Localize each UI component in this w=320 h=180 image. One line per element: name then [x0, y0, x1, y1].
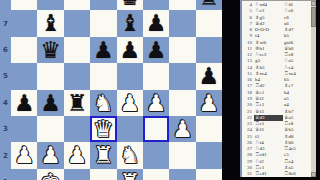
piece-white-pawn: ♟ — [40, 142, 61, 168]
square-a6[interactable] — [11, 37, 37, 63]
square-c2[interactable]: ♟ — [64, 142, 90, 168]
square-d3[interactable]: ♛ — [90, 116, 116, 142]
square-a5[interactable] — [11, 63, 37, 89]
piece-black-pawn: ♟ — [146, 10, 167, 36]
move-list-panel: 4♘xd4♘f65♘c3♘c66♗g5e67♕d2a68O-O-O♗d79f4b… — [240, 0, 316, 177]
piece-black-king: ♚ — [119, 0, 140, 10]
piece-white-knight: ♞ — [119, 142, 140, 168]
square-h4[interactable]: ♟ — [196, 90, 222, 116]
scroll-down-icon[interactable] — [311, 172, 316, 177]
piece-black-bishop: ♝ — [119, 10, 140, 36]
move-list: 4♘xd4♘f65♘c3♘c66♗g5e67♕d2a68O-O-O♗d79f4b… — [242, 2, 311, 177]
square-b8[interactable] — [37, 0, 63, 10]
square-g2[interactable] — [169, 142, 195, 168]
square-g7[interactable] — [169, 10, 195, 36]
square-f5[interactable] — [143, 63, 169, 89]
square-f6[interactable]: ♟ — [143, 37, 169, 63]
square-c5[interactable] — [64, 63, 90, 89]
square-e8[interactable]: ♚ — [117, 0, 143, 10]
piece-white-pawn: ♟ — [199, 90, 220, 116]
piece-black-rook: ♜ — [67, 90, 88, 116]
square-b4[interactable]: ♟ — [37, 90, 63, 116]
square-g6[interactable] — [169, 37, 195, 63]
square-f8[interactable] — [143, 0, 169, 10]
square-c7[interactable] — [64, 10, 90, 36]
piece-white-pawn: ♟ — [119, 90, 140, 116]
chess-app-frame: 8♚♜7♝♝♟6♛♟♟♟5♟4♟♟♜♞♟♟♟3♛♟2♟♟♟♜♞1♚♜ 4♘xd4… — [0, 0, 320, 180]
board-area: 8♚♜7♝♝♟6♛♟♟♟5♟4♟♟♜♞♟♟♟3♛♟2♟♟♟♜♞1♚♜ — [0, 0, 223, 180]
square-h1[interactable] — [196, 169, 222, 180]
piece-black-pawn: ♟ — [14, 90, 35, 116]
piece-black-pawn: ♟ — [146, 37, 167, 63]
piece-black-rook: ♜ — [199, 0, 220, 10]
square-b5[interactable] — [37, 63, 63, 89]
square-c3[interactable] — [64, 116, 90, 142]
square-b2[interactable]: ♟ — [37, 142, 63, 168]
square-d5[interactable] — [90, 63, 116, 89]
white-move[interactable]: ♖ed1 — [254, 171, 283, 177]
rank-label-7: 7 — [0, 10, 11, 36]
square-h6[interactable] — [196, 37, 222, 63]
square-f7[interactable]: ♟ — [143, 10, 169, 36]
square-g1[interactable] — [169, 169, 195, 180]
piece-white-queen: ♛ — [93, 116, 114, 142]
square-h7[interactable] — [196, 10, 222, 36]
move-row-31: 31♖ed1♖8c6 — [242, 171, 311, 177]
square-c1[interactable] — [64, 169, 90, 180]
black-move[interactable]: ♖8c6 — [283, 171, 311, 177]
rank-label-4: 4 — [0, 90, 11, 116]
square-a8[interactable] — [11, 0, 37, 10]
piece-white-knight: ♞ — [93, 90, 114, 116]
piece-white-king: ♚ — [40, 169, 61, 180]
rank-label-3: 3 — [0, 116, 11, 142]
square-d7[interactable] — [90, 10, 116, 36]
piece-white-pawn: ♟ — [67, 142, 88, 168]
square-g5[interactable] — [169, 63, 195, 89]
square-h2[interactable] — [196, 142, 222, 168]
square-a2[interactable]: ♟ — [11, 142, 37, 168]
square-h5[interactable]: ♟ — [196, 63, 222, 89]
piece-black-bishop: ♝ — [40, 10, 61, 36]
piece-white-pawn: ♟ — [14, 142, 35, 168]
square-d1[interactable] — [90, 169, 116, 180]
move-number: 31 — [242, 171, 254, 177]
square-h3[interactable] — [196, 116, 222, 142]
square-a3[interactable] — [11, 116, 37, 142]
square-d8[interactable] — [90, 0, 116, 10]
piece-white-pawn: ♟ — [146, 90, 167, 116]
piece-black-pawn: ♟ — [40, 90, 61, 116]
square-d6[interactable]: ♟ — [90, 37, 116, 63]
move-list-scrollbar[interactable] — [311, 1, 316, 177]
square-e7[interactable]: ♝ — [117, 10, 143, 36]
square-c8[interactable] — [64, 0, 90, 10]
square-b1[interactable]: ♚ — [37, 169, 63, 180]
square-f2[interactable] — [143, 142, 169, 168]
square-g8[interactable] — [169, 0, 195, 10]
square-d2[interactable]: ♜ — [90, 142, 116, 168]
square-a4[interactable]: ♟ — [11, 90, 37, 116]
square-f3[interactable] — [143, 116, 169, 142]
piece-black-pawn: ♟ — [119, 37, 140, 63]
square-e4[interactable]: ♟ — [117, 90, 143, 116]
piece-white-rook: ♜ — [93, 142, 114, 168]
rank-label-5: 5 — [0, 63, 11, 89]
square-b3[interactable] — [37, 116, 63, 142]
square-a1[interactable] — [11, 169, 37, 180]
rank-label-1: 1 — [0, 169, 11, 180]
piece-black-queen: ♛ — [40, 37, 61, 63]
scrollbar-thumb[interactable] — [311, 7, 316, 27]
square-g4[interactable] — [169, 90, 195, 116]
square-e2[interactable]: ♞ — [117, 142, 143, 168]
square-d4[interactable]: ♞ — [90, 90, 116, 116]
square-c6[interactable] — [64, 37, 90, 63]
square-f4[interactable]: ♟ — [143, 90, 169, 116]
piece-black-pawn: ♟ — [199, 63, 220, 89]
piece-white-pawn: ♟ — [172, 116, 193, 142]
square-f1[interactable] — [143, 169, 169, 180]
piece-white-rook: ♜ — [119, 169, 140, 180]
square-h8[interactable]: ♜ — [196, 0, 222, 10]
piece-black-pawn: ♟ — [93, 37, 114, 63]
scroll-up-icon[interactable] — [311, 1, 316, 6]
square-e1[interactable]: ♜ — [117, 169, 143, 180]
square-a7[interactable] — [11, 10, 37, 36]
square-e6[interactable]: ♟ — [117, 37, 143, 63]
square-g3[interactable]: ♟ — [169, 116, 195, 142]
rank-label-2: 2 — [0, 142, 11, 168]
rank-label-8: 8 — [0, 0, 11, 10]
square-b7[interactable]: ♝ — [37, 10, 63, 36]
square-e3[interactable] — [117, 116, 143, 142]
square-c4[interactable]: ♜ — [64, 90, 90, 116]
square-e5[interactable] — [117, 63, 143, 89]
chess-board: 8♚♜7♝♝♟6♛♟♟♟5♟4♟♟♜♞♟♟♟3♛♟2♟♟♟♜♞1♚♜ — [0, 0, 222, 180]
rank-label-6: 6 — [0, 37, 11, 63]
square-b6[interactable]: ♛ — [37, 37, 63, 63]
